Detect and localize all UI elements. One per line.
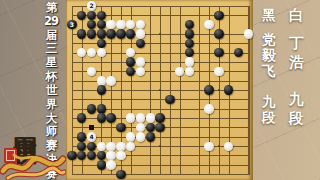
white-stone: [244, 29, 253, 38]
video-thumbnail: 第29届三星杯世界大师赛决赛 围棋 234 白丁浩九段 黑党毅飞九段: [0, 0, 320, 180]
black-stone: [67, 151, 76, 160]
white-stone: [126, 132, 135, 141]
player-caption-char: 毅: [262, 48, 276, 62]
black-stone: [155, 123, 164, 132]
white-stone: [106, 151, 115, 160]
move-number-label: 2: [89, 3, 93, 9]
weiqi-logo-text: 围棋: [7, 118, 37, 122]
white-stone: [136, 132, 145, 141]
event-title-char: 世: [46, 84, 57, 96]
player-caption-char: 九: [262, 94, 276, 108]
black-stone: [97, 160, 106, 169]
player-caption-char: 段: [262, 110, 276, 124]
player-caption-char: 九: [289, 92, 304, 107]
move-number-label: 3: [70, 22, 74, 28]
black-stone: [106, 29, 115, 38]
go-board: 234: [66, 0, 253, 180]
gold-calligraphy-icon: [0, 151, 66, 180]
black-stone: [214, 29, 223, 38]
black-stone: [87, 142, 96, 151]
white-stone: [214, 67, 223, 76]
white-player-caption: 白丁浩九段: [289, 8, 304, 126]
player-caption-char: 浩: [289, 55, 304, 70]
move-number-label: 4: [89, 134, 93, 140]
white-stone: [136, 29, 145, 38]
white-stone: [116, 20, 125, 29]
player-caption-char: 段: [289, 111, 304, 126]
white-stone: [106, 142, 115, 151]
white-stone: [97, 76, 106, 85]
black-stone: [146, 132, 155, 141]
black-player-caption: 黑党毅飞九段: [262, 8, 276, 124]
white-stone: [146, 113, 155, 122]
black-stone: [214, 11, 223, 20]
black-stone: [204, 85, 213, 94]
event-title-char: 星: [46, 56, 57, 68]
white-stone: 2: [87, 1, 96, 10]
player-caption-char: 黑: [262, 8, 276, 22]
player-caption-char: 丁: [289, 36, 304, 51]
square-marker: [89, 125, 93, 129]
player-captions: 白丁浩九段 黑党毅飞九段: [255, 0, 320, 180]
white-stone: [116, 151, 125, 160]
black-stone: [106, 113, 115, 122]
event-title-char: 杯: [46, 70, 57, 82]
white-stone: 4: [87, 132, 96, 141]
black-stone: [77, 132, 86, 141]
player-caption-char: 白: [289, 8, 304, 23]
player-caption-char: 党: [262, 32, 276, 46]
black-stone: [97, 113, 106, 122]
black-stone: [97, 39, 106, 48]
black-stone: [185, 29, 194, 38]
white-stone: [116, 142, 125, 151]
player-caption-char: 飞: [262, 64, 276, 78]
black-stone: 3: [67, 20, 76, 29]
white-stone: [136, 57, 145, 66]
white-stone: [185, 57, 194, 66]
black-stone: [97, 104, 106, 113]
black-stone: [97, 11, 106, 20]
white-stone: [136, 113, 145, 122]
event-title-char: 界: [46, 98, 57, 110]
black-stone: [155, 113, 164, 122]
black-stone: [116, 29, 125, 38]
white-stone: [204, 104, 213, 113]
white-stone: [97, 142, 106, 151]
black-stone: [87, 104, 96, 113]
white-stone: [204, 142, 213, 151]
black-stone: [97, 85, 106, 94]
black-stone: [116, 170, 125, 179]
black-stone: [165, 95, 174, 104]
black-stone: [116, 123, 125, 132]
weiqi-logo: 围棋: [0, 115, 66, 180]
event-title-char: 三: [46, 42, 57, 54]
black-stone: [146, 123, 155, 132]
black-stone: [214, 48, 223, 57]
white-stone: [106, 160, 115, 169]
event-title-char: 第: [46, 1, 57, 13]
event-title-char: 29: [44, 15, 58, 27]
black-stone: [97, 29, 106, 38]
black-stone: [87, 29, 96, 38]
white-stone: [106, 76, 115, 85]
black-stone: [97, 151, 106, 160]
event-title-char: 届: [46, 29, 57, 41]
